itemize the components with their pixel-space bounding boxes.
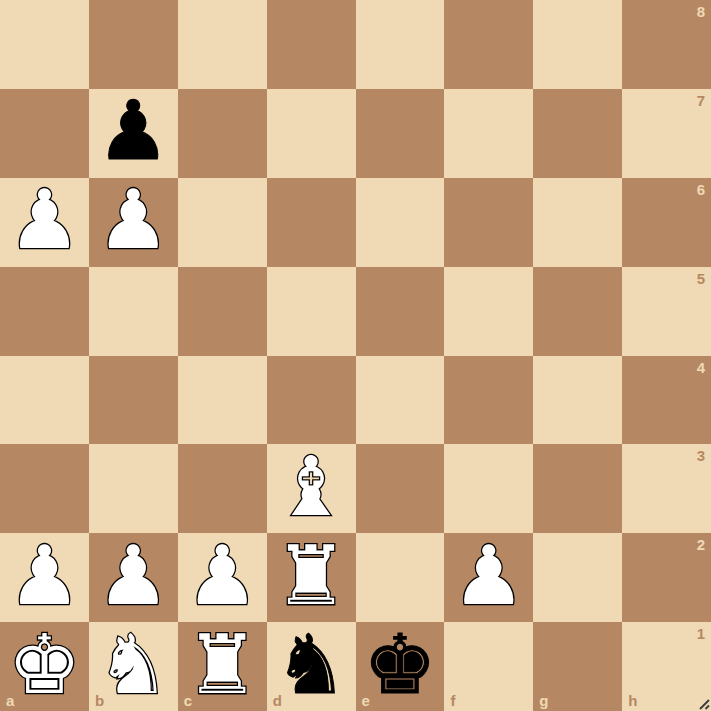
square-b4[interactable] xyxy=(89,356,178,445)
square-f5[interactable] xyxy=(444,267,533,356)
rank-label-1: 1 xyxy=(697,626,705,641)
square-f8[interactable] xyxy=(444,0,533,89)
square-a2[interactable]: ♟ xyxy=(0,533,89,622)
chess-board: 8♟7♟♟654♝3♟♟♟♜♟2♚a♞b♜c♞d♚efg1h xyxy=(0,0,711,711)
square-f4[interactable] xyxy=(444,356,533,445)
square-f6[interactable] xyxy=(444,178,533,267)
rank-label-2: 2 xyxy=(697,537,705,552)
file-label-f: f xyxy=(450,693,455,708)
square-g7[interactable] xyxy=(533,89,622,178)
square-h7[interactable]: 7 xyxy=(622,89,711,178)
white-pawn[interactable]: ♟ xyxy=(452,532,526,620)
square-e2[interactable] xyxy=(356,533,445,622)
black-king[interactable]: ♚ xyxy=(363,621,437,709)
square-d2[interactable]: ♜ xyxy=(267,533,356,622)
white-king[interactable]: ♚ xyxy=(8,621,82,709)
white-rook[interactable]: ♜ xyxy=(274,532,348,620)
square-c2[interactable]: ♟ xyxy=(178,533,267,622)
square-a8[interactable] xyxy=(0,0,89,89)
square-g2[interactable] xyxy=(533,533,622,622)
square-a7[interactable] xyxy=(0,89,89,178)
rank-label-3: 3 xyxy=(697,448,705,463)
square-h5[interactable]: 5 xyxy=(622,267,711,356)
square-c7[interactable] xyxy=(178,89,267,178)
white-rook[interactable]: ♜ xyxy=(185,621,259,709)
square-f7[interactable] xyxy=(444,89,533,178)
square-e7[interactable] xyxy=(356,89,445,178)
square-e3[interactable] xyxy=(356,444,445,533)
square-b7[interactable]: ♟ xyxy=(89,89,178,178)
square-e8[interactable] xyxy=(356,0,445,89)
square-g8[interactable] xyxy=(533,0,622,89)
square-b5[interactable] xyxy=(89,267,178,356)
square-e4[interactable] xyxy=(356,356,445,445)
square-e1[interactable]: ♚e xyxy=(356,622,445,711)
rank-label-6: 6 xyxy=(697,182,705,197)
square-g4[interactable] xyxy=(533,356,622,445)
square-f1[interactable]: f xyxy=(444,622,533,711)
square-e5[interactable] xyxy=(356,267,445,356)
square-g5[interactable] xyxy=(533,267,622,356)
rank-label-8: 8 xyxy=(697,4,705,19)
black-pawn[interactable]: ♟ xyxy=(97,87,171,175)
square-d1[interactable]: ♞d xyxy=(267,622,356,711)
file-label-h: h xyxy=(628,693,637,708)
square-a1[interactable]: ♚a xyxy=(0,622,89,711)
square-c5[interactable] xyxy=(178,267,267,356)
square-c6[interactable] xyxy=(178,178,267,267)
square-e6[interactable] xyxy=(356,178,445,267)
white-pawn[interactable]: ♟ xyxy=(8,176,82,264)
square-c4[interactable] xyxy=(178,356,267,445)
square-d6[interactable] xyxy=(267,178,356,267)
rank-label-7: 7 xyxy=(697,93,705,108)
square-h2[interactable]: 2 xyxy=(622,533,711,622)
square-h8[interactable]: 8 xyxy=(622,0,711,89)
square-c1[interactable]: ♜c xyxy=(178,622,267,711)
square-h6[interactable]: 6 xyxy=(622,178,711,267)
white-pawn[interactable]: ♟ xyxy=(8,532,82,620)
square-b8[interactable] xyxy=(89,0,178,89)
white-bishop[interactable]: ♝ xyxy=(274,443,348,531)
white-knight[interactable]: ♞ xyxy=(97,621,171,709)
square-d7[interactable] xyxy=(267,89,356,178)
square-a5[interactable] xyxy=(0,267,89,356)
square-c8[interactable] xyxy=(178,0,267,89)
square-g6[interactable] xyxy=(533,178,622,267)
square-h3[interactable]: 3 xyxy=(622,444,711,533)
rank-label-5: 5 xyxy=(697,271,705,286)
square-d8[interactable] xyxy=(267,0,356,89)
square-f3[interactable] xyxy=(444,444,533,533)
white-pawn[interactable]: ♟ xyxy=(97,176,171,264)
square-b1[interactable]: ♞b xyxy=(89,622,178,711)
square-f2[interactable]: ♟ xyxy=(444,533,533,622)
square-a4[interactable] xyxy=(0,356,89,445)
square-h4[interactable]: 4 xyxy=(622,356,711,445)
square-g1[interactable]: g xyxy=(533,622,622,711)
square-a3[interactable] xyxy=(0,444,89,533)
square-b6[interactable]: ♟ xyxy=(89,178,178,267)
square-a6[interactable]: ♟ xyxy=(0,178,89,267)
rank-label-4: 4 xyxy=(697,360,705,375)
square-d4[interactable] xyxy=(267,356,356,445)
black-knight[interactable]: ♞ xyxy=(274,621,348,709)
white-pawn[interactable]: ♟ xyxy=(185,532,259,620)
file-label-g: g xyxy=(539,693,548,708)
square-c3[interactable] xyxy=(178,444,267,533)
board-resize-handle-icon[interactable] xyxy=(690,690,710,710)
square-g3[interactable] xyxy=(533,444,622,533)
square-d3[interactable]: ♝ xyxy=(267,444,356,533)
square-b3[interactable] xyxy=(89,444,178,533)
white-pawn[interactable]: ♟ xyxy=(97,532,171,620)
square-b2[interactable]: ♟ xyxy=(89,533,178,622)
square-d5[interactable] xyxy=(267,267,356,356)
